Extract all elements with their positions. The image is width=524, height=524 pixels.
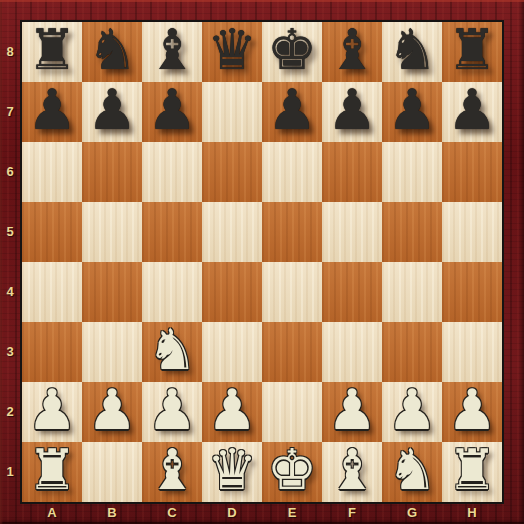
piece-black-queen[interactable]: ♛ bbox=[207, 22, 257, 78]
square-a4[interactable] bbox=[22, 262, 82, 322]
square-f1[interactable]: ♝ bbox=[322, 442, 382, 502]
square-d1[interactable]: ♛ bbox=[202, 442, 262, 502]
piece-black-pawn[interactable]: ♟ bbox=[447, 82, 497, 138]
square-e2[interactable] bbox=[262, 382, 322, 442]
square-c7[interactable]: ♟ bbox=[142, 82, 202, 142]
square-e5[interactable] bbox=[262, 202, 322, 262]
square-f2[interactable]: ♟ bbox=[322, 382, 382, 442]
square-d7[interactable] bbox=[202, 82, 262, 142]
piece-black-pawn[interactable]: ♟ bbox=[87, 82, 137, 138]
square-a7[interactable]: ♟ bbox=[22, 82, 82, 142]
square-f4[interactable] bbox=[322, 262, 382, 322]
board-rim: ♜♞♝♛♚♝♞♜♟♟♟♟♟♟♟♞♟♟♟♟♟♟♟♜♝♛♚♝♞♜ bbox=[20, 20, 504, 504]
square-h3[interactable] bbox=[442, 322, 502, 382]
square-c4[interactable] bbox=[142, 262, 202, 322]
piece-black-bishop[interactable]: ♝ bbox=[147, 22, 197, 78]
file-label-d: D bbox=[202, 502, 262, 524]
piece-white-pawn[interactable]: ♟ bbox=[327, 382, 377, 438]
square-f8[interactable]: ♝ bbox=[322, 22, 382, 82]
piece-black-pawn[interactable]: ♟ bbox=[327, 82, 377, 138]
square-g5[interactable] bbox=[382, 202, 442, 262]
square-h5[interactable] bbox=[442, 202, 502, 262]
square-d4[interactable] bbox=[202, 262, 262, 322]
piece-black-rook[interactable]: ♜ bbox=[447, 22, 497, 78]
square-c5[interactable] bbox=[142, 202, 202, 262]
rank-label-2: 2 bbox=[0, 382, 20, 442]
rank-label-8: 8 bbox=[0, 22, 20, 82]
square-b4[interactable] bbox=[82, 262, 142, 322]
file-label-g: G bbox=[382, 502, 442, 524]
square-g3[interactable] bbox=[382, 322, 442, 382]
piece-white-pawn[interactable]: ♟ bbox=[87, 382, 137, 438]
rank-label-5: 5 bbox=[0, 202, 20, 262]
square-b1[interactable] bbox=[82, 442, 142, 502]
piece-white-rook[interactable]: ♜ bbox=[27, 442, 77, 498]
rank-label-6: 6 bbox=[0, 142, 20, 202]
piece-black-rook[interactable]: ♜ bbox=[27, 22, 77, 78]
piece-white-bishop[interactable]: ♝ bbox=[327, 442, 377, 498]
square-g2[interactable]: ♟ bbox=[382, 382, 442, 442]
square-c3[interactable]: ♞ bbox=[142, 322, 202, 382]
square-f5[interactable] bbox=[322, 202, 382, 262]
piece-white-king[interactable]: ♚ bbox=[267, 442, 317, 498]
piece-white-bishop[interactable]: ♝ bbox=[147, 442, 197, 498]
piece-white-rook[interactable]: ♜ bbox=[447, 442, 497, 498]
piece-black-pawn[interactable]: ♟ bbox=[27, 82, 77, 138]
piece-black-pawn[interactable]: ♟ bbox=[387, 82, 437, 138]
file-label-e: E bbox=[262, 502, 322, 524]
square-h8[interactable]: ♜ bbox=[442, 22, 502, 82]
file-label-h: H bbox=[442, 502, 502, 524]
piece-white-knight[interactable]: ♞ bbox=[147, 322, 197, 378]
piece-white-pawn[interactable]: ♟ bbox=[27, 382, 77, 438]
square-a2[interactable]: ♟ bbox=[22, 382, 82, 442]
square-e7[interactable]: ♟ bbox=[262, 82, 322, 142]
square-d2[interactable]: ♟ bbox=[202, 382, 262, 442]
square-d6[interactable] bbox=[202, 142, 262, 202]
square-h2[interactable]: ♟ bbox=[442, 382, 502, 442]
square-b5[interactable] bbox=[82, 202, 142, 262]
square-c6[interactable] bbox=[142, 142, 202, 202]
square-f3[interactable] bbox=[322, 322, 382, 382]
piece-black-pawn[interactable]: ♟ bbox=[147, 82, 197, 138]
square-a1[interactable]: ♜ bbox=[22, 442, 82, 502]
piece-white-pawn[interactable]: ♟ bbox=[147, 382, 197, 438]
piece-white-pawn[interactable]: ♟ bbox=[207, 382, 257, 438]
rank-label-4: 4 bbox=[0, 262, 20, 322]
file-label-a: A bbox=[22, 502, 82, 524]
piece-black-king[interactable]: ♚ bbox=[267, 22, 317, 78]
square-b8[interactable]: ♞ bbox=[82, 22, 142, 82]
square-d8[interactable]: ♛ bbox=[202, 22, 262, 82]
file-label-f: F bbox=[322, 502, 382, 524]
piece-white-knight[interactable]: ♞ bbox=[387, 442, 437, 498]
square-h6[interactable] bbox=[442, 142, 502, 202]
square-e8[interactable]: ♚ bbox=[262, 22, 322, 82]
square-a3[interactable] bbox=[22, 322, 82, 382]
square-c8[interactable]: ♝ bbox=[142, 22, 202, 82]
chess-board: ♜♞♝♛♚♝♞♜♟♟♟♟♟♟♟♞♟♟♟♟♟♟♟♜♝♛♚♝♞♜ bbox=[22, 22, 502, 502]
square-g7[interactable]: ♟ bbox=[382, 82, 442, 142]
square-e3[interactable] bbox=[262, 322, 322, 382]
square-b6[interactable] bbox=[82, 142, 142, 202]
square-b3[interactable] bbox=[82, 322, 142, 382]
square-a5[interactable] bbox=[22, 202, 82, 262]
square-b7[interactable]: ♟ bbox=[82, 82, 142, 142]
square-c2[interactable]: ♟ bbox=[142, 382, 202, 442]
square-h4[interactable] bbox=[442, 262, 502, 322]
file-label-c: C bbox=[142, 502, 202, 524]
square-h7[interactable]: ♟ bbox=[442, 82, 502, 142]
square-g6[interactable] bbox=[382, 142, 442, 202]
rank-label-7: 7 bbox=[0, 82, 20, 142]
square-a6[interactable] bbox=[22, 142, 82, 202]
square-a8[interactable]: ♜ bbox=[22, 22, 82, 82]
piece-black-pawn[interactable]: ♟ bbox=[267, 82, 317, 138]
piece-white-queen[interactable]: ♛ bbox=[207, 442, 257, 498]
file-label-b: B bbox=[82, 502, 142, 524]
square-g1[interactable]: ♞ bbox=[382, 442, 442, 502]
square-g8[interactable]: ♞ bbox=[382, 22, 442, 82]
piece-white-pawn[interactable]: ♟ bbox=[447, 382, 497, 438]
square-d3[interactable] bbox=[202, 322, 262, 382]
square-c1[interactable]: ♝ bbox=[142, 442, 202, 502]
square-f6[interactable] bbox=[322, 142, 382, 202]
piece-white-pawn[interactable]: ♟ bbox=[387, 382, 437, 438]
square-g4[interactable] bbox=[382, 262, 442, 322]
square-e1[interactable]: ♚ bbox=[262, 442, 322, 502]
square-e4[interactable] bbox=[262, 262, 322, 322]
piece-black-knight[interactable]: ♞ bbox=[387, 22, 437, 78]
square-h1[interactable]: ♜ bbox=[442, 442, 502, 502]
square-f7[interactable]: ♟ bbox=[322, 82, 382, 142]
square-b2[interactable]: ♟ bbox=[82, 382, 142, 442]
piece-black-knight[interactable]: ♞ bbox=[87, 22, 137, 78]
piece-black-bishop[interactable]: ♝ bbox=[327, 22, 377, 78]
rank-label-3: 3 bbox=[0, 322, 20, 382]
square-e6[interactable] bbox=[262, 142, 322, 202]
chess-board-frame: ♜♞♝♛♚♝♞♜♟♟♟♟♟♟♟♞♟♟♟♟♟♟♟♜♝♛♚♝♞♜ 87654321 … bbox=[0, 0, 524, 524]
square-d5[interactable] bbox=[202, 202, 262, 262]
rank-label-1: 1 bbox=[0, 442, 20, 502]
